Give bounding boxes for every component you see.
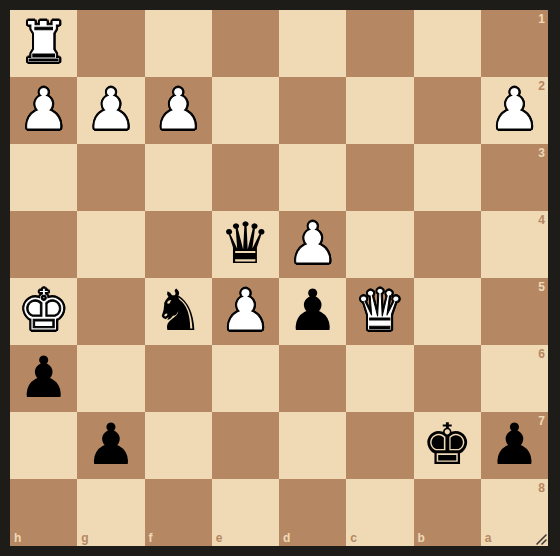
square-e2[interactable] bbox=[212, 77, 279, 144]
square-c2[interactable] bbox=[346, 77, 413, 144]
square-b5[interactable] bbox=[414, 278, 481, 345]
square-a4[interactable]: 4 bbox=[481, 211, 548, 278]
square-e5[interactable]: ♟ bbox=[212, 278, 279, 345]
black-king-b7[interactable]: ♚ bbox=[422, 416, 473, 476]
square-b6[interactable] bbox=[414, 345, 481, 412]
rank-label-4: 4 bbox=[538, 214, 545, 226]
square-g5[interactable] bbox=[77, 278, 144, 345]
white-queen-c5[interactable]: ♛ bbox=[354, 282, 405, 342]
square-g7[interactable]: ♟ bbox=[77, 412, 144, 479]
file-label-h: h bbox=[14, 532, 21, 544]
square-g6[interactable] bbox=[77, 345, 144, 412]
square-a6[interactable]: 6 bbox=[481, 345, 548, 412]
square-h6[interactable]: ♟ bbox=[10, 345, 77, 412]
square-e4[interactable]: ♛ bbox=[212, 211, 279, 278]
black-queen-e4[interactable]: ♛ bbox=[220, 215, 271, 275]
rank-label-7: 7 bbox=[538, 415, 545, 427]
rank-label-8: 8 bbox=[538, 482, 545, 494]
square-c8[interactable]: c bbox=[346, 479, 413, 546]
black-pawn-d5[interactable]: ♟ bbox=[287, 282, 338, 342]
square-d5[interactable]: ♟ bbox=[279, 278, 346, 345]
white-pawn-h2[interactable]: ♟ bbox=[18, 81, 69, 141]
black-pawn-a7[interactable]: ♟ bbox=[489, 416, 540, 476]
square-e7[interactable] bbox=[212, 412, 279, 479]
square-h5[interactable]: ♚ bbox=[10, 278, 77, 345]
rank-label-1: 1 bbox=[538, 13, 545, 25]
square-b3[interactable] bbox=[414, 144, 481, 211]
white-pawn-f2[interactable]: ♟ bbox=[153, 81, 204, 141]
board-resize-handle-icon[interactable] bbox=[536, 534, 547, 545]
square-c5[interactable]: ♛ bbox=[346, 278, 413, 345]
square-g2[interactable]: ♟ bbox=[77, 77, 144, 144]
square-a5[interactable]: 5 bbox=[481, 278, 548, 345]
square-e3[interactable] bbox=[212, 144, 279, 211]
square-g3[interactable] bbox=[77, 144, 144, 211]
square-b1[interactable] bbox=[414, 10, 481, 77]
square-h3[interactable] bbox=[10, 144, 77, 211]
square-d7[interactable] bbox=[279, 412, 346, 479]
square-e1[interactable] bbox=[212, 10, 279, 77]
file-label-a: a bbox=[485, 532, 492, 544]
square-g8[interactable]: g bbox=[77, 479, 144, 546]
square-f4[interactable] bbox=[145, 211, 212, 278]
square-d3[interactable] bbox=[279, 144, 346, 211]
square-c3[interactable] bbox=[346, 144, 413, 211]
square-b7[interactable]: ♚ bbox=[414, 412, 481, 479]
chess-board: ♜1♟♟♟2♟3♛♟4♚♞♟♟♛5♟6♟♚7♟hgfedcb8a bbox=[10, 10, 548, 546]
rank-label-2: 2 bbox=[538, 80, 545, 92]
file-label-e: e bbox=[216, 532, 223, 544]
square-f6[interactable] bbox=[145, 345, 212, 412]
black-knight-f5[interactable]: ♞ bbox=[153, 282, 204, 342]
square-f7[interactable] bbox=[145, 412, 212, 479]
file-label-f: f bbox=[149, 532, 153, 544]
square-h2[interactable]: ♟ bbox=[10, 77, 77, 144]
square-f5[interactable]: ♞ bbox=[145, 278, 212, 345]
square-g4[interactable] bbox=[77, 211, 144, 278]
square-a2[interactable]: 2♟ bbox=[481, 77, 548, 144]
file-label-d: d bbox=[283, 532, 290, 544]
white-rook-h1[interactable]: ♜ bbox=[18, 14, 69, 74]
white-pawn-d4[interactable]: ♟ bbox=[287, 215, 338, 275]
square-d2[interactable] bbox=[279, 77, 346, 144]
white-pawn-a2[interactable]: ♟ bbox=[489, 81, 540, 141]
black-pawn-g7[interactable]: ♟ bbox=[85, 416, 136, 476]
square-f2[interactable]: ♟ bbox=[145, 77, 212, 144]
square-c1[interactable] bbox=[346, 10, 413, 77]
white-king-h5[interactable]: ♚ bbox=[18, 282, 69, 342]
white-pawn-g2[interactable]: ♟ bbox=[85, 81, 136, 141]
square-d4[interactable]: ♟ bbox=[279, 211, 346, 278]
white-pawn-e5[interactable]: ♟ bbox=[220, 282, 271, 342]
rank-label-6: 6 bbox=[538, 348, 545, 360]
file-label-g: g bbox=[81, 532, 88, 544]
square-a7[interactable]: 7♟ bbox=[481, 412, 548, 479]
black-pawn-h6[interactable]: ♟ bbox=[18, 349, 69, 409]
square-b8[interactable]: b bbox=[414, 479, 481, 546]
square-c4[interactable] bbox=[346, 211, 413, 278]
square-f3[interactable] bbox=[145, 144, 212, 211]
square-e6[interactable] bbox=[212, 345, 279, 412]
square-b2[interactable] bbox=[414, 77, 481, 144]
square-d6[interactable] bbox=[279, 345, 346, 412]
square-h1[interactable]: ♜ bbox=[10, 10, 77, 77]
square-a1[interactable]: 1 bbox=[481, 10, 548, 77]
rank-label-3: 3 bbox=[538, 147, 545, 159]
square-h4[interactable] bbox=[10, 211, 77, 278]
square-a3[interactable]: 3 bbox=[481, 144, 548, 211]
square-d8[interactable]: d bbox=[279, 479, 346, 546]
square-f8[interactable]: f bbox=[145, 479, 212, 546]
rank-label-5: 5 bbox=[538, 281, 545, 293]
file-label-b: b bbox=[418, 532, 425, 544]
board-frame: ♜1♟♟♟2♟3♛♟4♚♞♟♟♛5♟6♟♚7♟hgfedcb8a bbox=[0, 0, 560, 556]
square-g1[interactable] bbox=[77, 10, 144, 77]
file-label-c: c bbox=[350, 532, 357, 544]
square-h8[interactable]: h bbox=[10, 479, 77, 546]
square-c7[interactable] bbox=[346, 412, 413, 479]
square-e8[interactable]: e bbox=[212, 479, 279, 546]
square-f1[interactable] bbox=[145, 10, 212, 77]
square-c6[interactable] bbox=[346, 345, 413, 412]
square-d1[interactable] bbox=[279, 10, 346, 77]
square-h7[interactable] bbox=[10, 412, 77, 479]
square-b4[interactable] bbox=[414, 211, 481, 278]
